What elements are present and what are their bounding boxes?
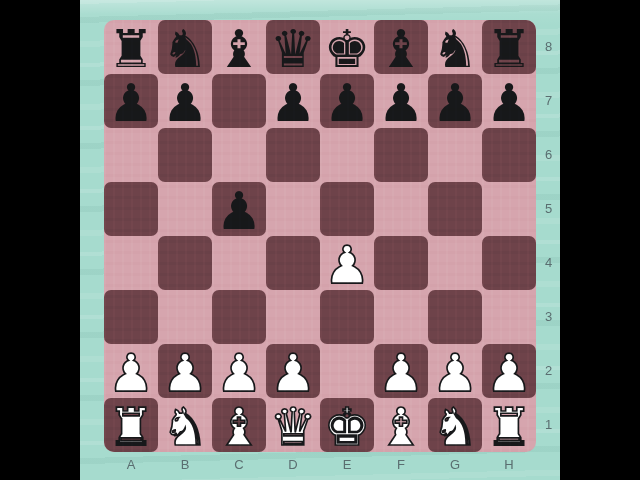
square-h1[interactable]: ♜ [482,398,536,452]
piece-white-bishop[interactable]: ♝ [378,400,425,452]
piece-white-knight[interactable]: ♞ [162,400,209,452]
square-c6[interactable] [212,128,266,182]
square-e6[interactable] [320,128,374,182]
square-g5[interactable] [428,182,482,236]
rank-label-4: 4 [538,236,559,290]
piece-white-pawn[interactable]: ♟ [216,346,263,400]
square-b1[interactable]: ♞ [158,398,212,452]
square-g6[interactable] [428,128,482,182]
square-g2[interactable]: ♟ [428,344,482,398]
piece-black-rook[interactable]: ♜ [108,22,155,76]
piece-white-pawn[interactable]: ♟ [432,346,479,400]
square-b3[interactable] [158,290,212,344]
square-a6[interactable] [104,128,158,182]
square-f4[interactable] [374,236,428,290]
video-frame: ♜♞♝♛♚♝♞♜♟♟♟♟♟♟♟♟♟♟♟♟♟♟♟♟♜♞♝♛♚♝♞♜ 8765432… [0,0,640,480]
square-e8[interactable]: ♚ [320,20,374,74]
rank-label-7: 7 [538,74,559,128]
square-a7[interactable]: ♟ [104,74,158,128]
square-e7[interactable]: ♟ [320,74,374,128]
square-d5[interactable] [266,182,320,236]
file-label-g: G [428,452,482,480]
square-b8[interactable]: ♞ [158,20,212,74]
rank-label-5: 5 [538,182,559,236]
square-d1[interactable]: ♛ [266,398,320,452]
square-c8[interactable]: ♝ [212,20,266,74]
piece-white-king[interactable]: ♚ [324,400,371,452]
piece-black-pawn[interactable]: ♟ [270,76,317,130]
square-g1[interactable]: ♞ [428,398,482,452]
rank-label-1: 1 [538,398,559,452]
piece-black-pawn[interactable]: ♟ [216,184,263,238]
square-b4[interactable] [158,236,212,290]
square-b6[interactable] [158,128,212,182]
square-h8[interactable]: ♜ [482,20,536,74]
square-d4[interactable] [266,236,320,290]
square-a1[interactable]: ♜ [104,398,158,452]
square-f2[interactable]: ♟ [374,344,428,398]
rank-label-2: 2 [538,344,559,398]
file-label-a: A [104,452,158,480]
square-c7[interactable] [212,74,266,128]
rank-label-3: 3 [538,290,559,344]
game-stage: ♜♞♝♛♚♝♞♜♟♟♟♟♟♟♟♟♟♟♟♟♟♟♟♟♜♞♝♛♚♝♞♜ 8765432… [80,0,560,480]
piece-black-bishop[interactable]: ♝ [216,22,263,76]
square-g7[interactable]: ♟ [428,74,482,128]
piece-black-pawn[interactable]: ♟ [486,76,533,130]
piece-black-king[interactable]: ♚ [324,22,371,76]
rank-labels: 87654321 [538,20,559,452]
square-e4[interactable]: ♟ [320,236,374,290]
square-g4[interactable] [428,236,482,290]
piece-white-knight[interactable]: ♞ [432,400,479,452]
square-f3[interactable] [374,290,428,344]
piece-black-rook[interactable]: ♜ [486,22,533,76]
piece-white-pawn[interactable]: ♟ [108,346,155,400]
square-e5[interactable] [320,182,374,236]
piece-black-queen[interactable]: ♛ [270,22,317,76]
rank-label-6: 6 [538,128,559,182]
square-g3[interactable] [428,290,482,344]
file-label-h: H [482,452,536,480]
square-d3[interactable] [266,290,320,344]
piece-black-knight[interactable]: ♞ [432,22,479,76]
piece-black-knight[interactable]: ♞ [162,22,209,76]
piece-black-bishop[interactable]: ♝ [378,22,425,76]
square-b7[interactable]: ♟ [158,74,212,128]
letterbox-right [560,0,640,480]
piece-white-pawn[interactable]: ♟ [270,346,317,400]
square-f7[interactable]: ♟ [374,74,428,128]
file-label-e: E [320,452,374,480]
square-c2[interactable]: ♟ [212,344,266,398]
piece-black-pawn[interactable]: ♟ [108,76,155,130]
file-labels: ABCDEFGH [104,452,536,480]
square-c5[interactable]: ♟ [212,182,266,236]
file-label-b: B [158,452,212,480]
square-b5[interactable] [158,182,212,236]
piece-black-pawn[interactable]: ♟ [162,76,209,130]
piece-black-pawn[interactable]: ♟ [378,76,425,130]
square-c4[interactable] [212,236,266,290]
square-h2[interactable]: ♟ [482,344,536,398]
piece-white-bishop[interactable]: ♝ [216,400,263,452]
square-d2[interactable]: ♟ [266,344,320,398]
piece-white-pawn[interactable]: ♟ [324,238,371,292]
square-h4[interactable] [482,236,536,290]
square-g8[interactable]: ♞ [428,20,482,74]
square-e1[interactable]: ♚ [320,398,374,452]
square-a8[interactable]: ♜ [104,20,158,74]
rank-label-8: 8 [538,20,559,74]
square-a2[interactable]: ♟ [104,344,158,398]
square-c3[interactable] [212,290,266,344]
square-b2[interactable]: ♟ [158,344,212,398]
piece-white-queen[interactable]: ♛ [270,400,317,452]
square-e3[interactable] [320,290,374,344]
square-d6[interactable] [266,128,320,182]
square-h6[interactable] [482,128,536,182]
file-label-c: C [212,452,266,480]
piece-white-rook[interactable]: ♜ [486,400,533,452]
letterbox-left [0,0,80,480]
piece-white-pawn[interactable]: ♟ [378,346,425,400]
square-e2[interactable] [320,344,374,398]
piece-black-pawn[interactable]: ♟ [324,76,371,130]
piece-black-pawn[interactable]: ♟ [432,76,479,130]
square-h7[interactable]: ♟ [482,74,536,128]
square-a4[interactable] [104,236,158,290]
square-f8[interactable]: ♝ [374,20,428,74]
square-a3[interactable] [104,290,158,344]
square-c1[interactable]: ♝ [212,398,266,452]
file-label-d: D [266,452,320,480]
square-h5[interactable] [482,182,536,236]
piece-white-rook[interactable]: ♜ [108,400,155,452]
square-f1[interactable]: ♝ [374,398,428,452]
square-d7[interactable]: ♟ [266,74,320,128]
piece-white-pawn[interactable]: ♟ [486,346,533,400]
chess-board: ♜♞♝♛♚♝♞♜♟♟♟♟♟♟♟♟♟♟♟♟♟♟♟♟♜♞♝♛♚♝♞♜ [104,20,536,452]
file-label-f: F [374,452,428,480]
square-f6[interactable] [374,128,428,182]
piece-white-pawn[interactable]: ♟ [162,346,209,400]
square-f5[interactable] [374,182,428,236]
square-d8[interactable]: ♛ [266,20,320,74]
square-h3[interactable] [482,290,536,344]
square-a5[interactable] [104,182,158,236]
